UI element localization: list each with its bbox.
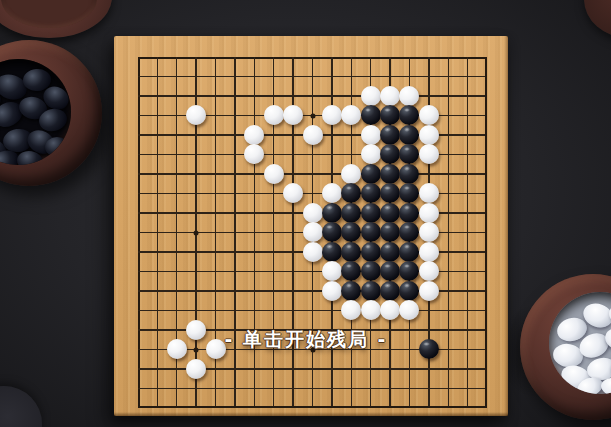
white-stone	[361, 300, 381, 320]
white-stone	[419, 183, 439, 203]
white-stone	[244, 125, 264, 145]
black-stone	[380, 261, 400, 281]
star-point	[310, 113, 315, 118]
black-stone	[361, 164, 381, 184]
black-stones-bowl	[0, 40, 102, 186]
white-stone	[419, 222, 439, 242]
white-stone	[399, 86, 419, 106]
white-stone	[322, 105, 342, 125]
white-stone	[341, 300, 361, 320]
black-stone	[399, 261, 419, 281]
white-stone	[283, 183, 303, 203]
white-stone	[399, 300, 419, 320]
black-stone	[341, 281, 361, 301]
white-stone	[186, 105, 206, 125]
black-stone	[380, 281, 400, 301]
white-stone	[283, 105, 303, 125]
white-stone	[419, 281, 439, 301]
white-stone	[303, 203, 323, 223]
star-point	[194, 230, 199, 235]
white-stone	[361, 125, 381, 145]
go-board[interactable]	[114, 36, 508, 416]
grid-line	[138, 406, 487, 408]
white-stone	[419, 105, 439, 125]
white-stone	[361, 144, 381, 164]
black-stone	[380, 125, 400, 145]
white-stone	[244, 144, 264, 164]
black-stone	[361, 261, 381, 281]
white-stone	[380, 86, 400, 106]
start-endgame-label[interactable]: - 单击开始残局 -	[146, 327, 466, 353]
black-stone	[399, 281, 419, 301]
bowl-lid-top-right	[584, 0, 611, 38]
black-stone	[380, 222, 400, 242]
black-stone	[361, 183, 381, 203]
grid-line	[448, 57, 449, 408]
black-stone	[380, 144, 400, 164]
white-stones-pile	[549, 292, 611, 394]
black-stones-pile	[0, 59, 71, 165]
black-stone	[399, 164, 419, 184]
black-stone	[380, 242, 400, 262]
black-stone	[341, 203, 361, 223]
black-stone-in-bowl	[45, 137, 69, 157]
white-stone	[361, 86, 381, 106]
white-stone	[322, 183, 342, 203]
white-stone	[264, 164, 284, 184]
bowl-lid-top-left	[0, 0, 112, 38]
black-stone	[380, 164, 400, 184]
white-stone	[186, 359, 206, 379]
white-stone	[341, 105, 361, 125]
black-stone	[341, 242, 361, 262]
bowl-edge-bottom-left	[0, 386, 42, 427]
white-stone	[419, 242, 439, 262]
white-stone	[341, 164, 361, 184]
black-stone	[399, 144, 419, 164]
black-stone	[399, 222, 419, 242]
black-stone	[399, 203, 419, 223]
grid-line	[467, 57, 468, 408]
black-stone	[399, 105, 419, 125]
black-stone	[380, 203, 400, 223]
grid-line	[138, 310, 487, 311]
black-stone	[361, 105, 381, 125]
black-stone	[341, 183, 361, 203]
white-stone	[303, 242, 323, 262]
black-stone	[399, 125, 419, 145]
white-stone	[419, 203, 439, 223]
black-stone	[322, 242, 342, 262]
black-stone	[361, 242, 381, 262]
white-stone	[322, 281, 342, 301]
board-grid	[138, 57, 487, 408]
grid-line	[485, 57, 487, 408]
white-stone	[419, 261, 439, 281]
black-stone	[380, 105, 400, 125]
black-stone	[341, 222, 361, 242]
white-stone	[419, 125, 439, 145]
black-stone	[341, 261, 361, 281]
black-stone	[399, 183, 419, 203]
white-stone	[303, 125, 323, 145]
white-stone	[419, 144, 439, 164]
black-stone	[380, 183, 400, 203]
black-stone	[361, 203, 381, 223]
white-stone	[264, 105, 284, 125]
go-game-scene: - 单击开始残局 -	[0, 0, 611, 427]
white-stone	[303, 222, 323, 242]
grid-line	[138, 388, 487, 389]
white-stone	[380, 300, 400, 320]
black-stone	[322, 222, 342, 242]
black-stone	[361, 281, 381, 301]
black-stone	[399, 242, 419, 262]
black-stone	[322, 203, 342, 223]
black-stone	[361, 222, 381, 242]
white-stone	[322, 261, 342, 281]
